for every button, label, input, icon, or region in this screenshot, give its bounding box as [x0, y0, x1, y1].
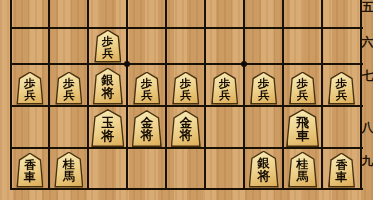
piece-kanji: 馬: [297, 170, 309, 182]
piece-kanji: 兵: [102, 48, 114, 59]
rank-label-6: 六: [361, 36, 373, 48]
rank-label-9: 九: [361, 155, 373, 167]
piece-knight-2i[interactable]: 桂馬: [288, 152, 317, 188]
piece-kanji: 金: [141, 117, 154, 129]
piece-kanji: 香: [336, 159, 348, 171]
piece-pawn-4g[interactable]: 歩兵: [211, 72, 238, 105]
piece-kanji: 兵: [63, 90, 75, 101]
piece-kanji: 桂: [63, 158, 75, 170]
piece-pawn-6g[interactable]: 歩兵: [133, 72, 160, 105]
piece-pawn-2g[interactable]: 歩兵: [289, 72, 316, 105]
grid-hline: [11, 63, 364, 65]
piece-lance-1i[interactable]: 香車: [328, 153, 355, 188]
grid-hline: [11, 188, 364, 190]
grid-vline: [282, 0, 284, 190]
piece-kanji: 歩: [102, 36, 114, 47]
piece-face: 飛車: [288, 111, 318, 146]
piece-kanji: 車: [296, 129, 309, 142]
piece-rook-2h[interactable]: 飛車: [286, 109, 319, 147]
piece-kanji: 兵: [336, 90, 348, 101]
piece-pawn-3g[interactable]: 歩兵: [250, 72, 277, 105]
star-point: [124, 61, 130, 67]
piece-face: 金将: [172, 112, 199, 146]
piece-kanji: 歩: [258, 78, 270, 89]
piece-kanji: 歩: [336, 78, 348, 89]
piece-kanji: 歩: [141, 78, 153, 89]
piece-kanji: 将: [180, 129, 193, 141]
piece-face: 歩兵: [174, 73, 198, 103]
grid-vline: [321, 0, 323, 190]
piece-kanji: 将: [141, 129, 154, 141]
grid-vline: [204, 0, 206, 190]
grid-hline: [11, 147, 364, 149]
grid-vline: [126, 0, 128, 190]
piece-kanji: 桂: [297, 158, 309, 170]
piece-face: 歩兵: [96, 31, 120, 61]
piece-face: 歩兵: [135, 73, 159, 103]
piece-lance-9i[interactable]: 香車: [16, 153, 43, 188]
piece-kanji: 銀: [257, 157, 270, 169]
piece-kanji: 銀: [102, 74, 115, 86]
piece-face: 歩兵: [252, 73, 276, 103]
piece-kanji: 香: [24, 159, 36, 171]
piece-pawn-5g[interactable]: 歩兵: [172, 72, 199, 105]
piece-face: 金将: [133, 112, 160, 146]
rank-label-5: 五: [361, 1, 373, 13]
piece-face: 香車: [18, 154, 42, 186]
piece-king-7h[interactable]: 玉将: [91, 109, 124, 147]
rank-label-8: 八: [361, 121, 373, 133]
piece-kanji: 馬: [63, 170, 75, 182]
piece-kanji: 将: [102, 87, 115, 99]
piece-kanji: 歩: [180, 78, 192, 89]
piece-pawn-8g[interactable]: 歩兵: [55, 72, 82, 105]
piece-kanji: 歩: [219, 78, 231, 89]
piece-kanji: 車: [24, 171, 36, 183]
piece-kanji: 玉: [101, 116, 114, 129]
piece-face: 歩兵: [213, 73, 237, 103]
piece-silver-7g[interactable]: 銀将: [93, 68, 123, 105]
piece-kanji: 兵: [258, 90, 270, 101]
piece-kanji: 飛: [296, 116, 309, 129]
piece-gold-5h[interactable]: 金将: [171, 110, 201, 147]
piece-kanji: 兵: [24, 90, 36, 101]
grid-hline: [11, 105, 364, 107]
star-point: [241, 61, 247, 67]
piece-face: 玉将: [93, 111, 123, 146]
piece-kanji: 歩: [24, 78, 36, 89]
piece-face: 歩兵: [330, 73, 354, 103]
piece-kanji: 兵: [180, 90, 192, 101]
piece-face: 銀将: [250, 152, 277, 186]
piece-pawn-7f[interactable]: 歩兵: [94, 30, 121, 63]
piece-kanji: 歩: [297, 78, 309, 89]
piece-knight-8i[interactable]: 桂馬: [54, 152, 83, 188]
piece-kanji: 将: [257, 170, 270, 182]
grid-vline: [243, 0, 245, 190]
grid-vline: [165, 0, 167, 190]
piece-kanji: 兵: [297, 90, 309, 101]
piece-face: 歩兵: [57, 73, 81, 103]
rank-label-7: 七: [361, 70, 373, 82]
grid-vline: [48, 0, 50, 190]
piece-face: 歩兵: [291, 73, 315, 103]
piece-pawn-1g[interactable]: 歩兵: [328, 72, 355, 105]
piece-pawn-9g[interactable]: 歩兵: [16, 72, 43, 105]
grid-vline: [87, 0, 89, 190]
piece-face: 桂馬: [290, 153, 316, 186]
piece-gold-6h[interactable]: 金将: [132, 110, 162, 147]
piece-face: 歩兵: [18, 73, 42, 103]
piece-kanji: 車: [336, 171, 348, 183]
piece-kanji: 金: [180, 117, 193, 129]
piece-kanji: 将: [101, 129, 114, 142]
grid-hline: [11, 27, 364, 29]
piece-face: 桂馬: [56, 153, 82, 186]
piece-kanji: 歩: [63, 78, 75, 89]
piece-face: 銀将: [94, 69, 121, 103]
piece-kanji: 兵: [141, 90, 153, 101]
grid-vline: [10, 0, 12, 190]
piece-silver-3i[interactable]: 銀将: [249, 151, 279, 188]
piece-face: 香車: [330, 154, 354, 186]
shogi-board[interactable]: 五六七八九歩兵歩兵歩兵銀将歩兵歩兵歩兵歩兵歩兵歩兵玉将金将金将飛車香車桂馬銀将桂…: [0, 0, 373, 200]
piece-kanji: 兵: [219, 90, 231, 101]
